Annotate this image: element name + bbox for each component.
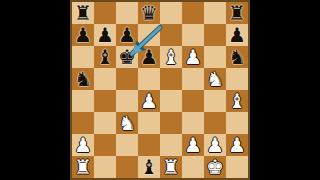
square-f5[interactable] <box>182 68 204 90</box>
square-c4[interactable] <box>116 90 138 112</box>
square-a4[interactable] <box>72 90 94 112</box>
square-g5[interactable]: ♞ <box>204 68 226 90</box>
square-a7[interactable]: ♟ <box>72 24 94 46</box>
square-c7[interactable]: ♟ <box>116 24 138 46</box>
square-f3[interactable] <box>182 112 204 134</box>
square-a1[interactable]: ♜ <box>72 156 94 178</box>
square-h1[interactable] <box>226 156 248 178</box>
piece-black-knight-h6: ♞ <box>228 46 246 68</box>
square-d5[interactable] <box>138 68 160 90</box>
square-b6[interactable]: ♝ <box>94 46 116 68</box>
square-c1[interactable] <box>116 156 138 178</box>
square-h4[interactable]: ♝ <box>226 90 248 112</box>
piece-black-rook-a8: ♜ <box>74 2 92 24</box>
square-d2[interactable] <box>138 134 160 156</box>
square-f6[interactable]: ♟ <box>182 46 204 68</box>
piece-white-pawn-a2: ♟ <box>74 134 92 156</box>
square-a2[interactable]: ♟ <box>72 134 94 156</box>
square-a8[interactable]: ♜ <box>72 2 94 24</box>
square-d1[interactable]: ♝ <box>138 156 160 178</box>
square-e2[interactable] <box>160 134 182 156</box>
square-h7[interactable]: ♟ <box>226 24 248 46</box>
square-c3[interactable]: ♞ <box>116 112 138 134</box>
video-frame: ♜♛♜♟♟♟♟♝♚♟♝♟♞♞♞♟♝♞♟♟♟♟♜♝♜♚ <box>0 0 320 180</box>
square-g1[interactable]: ♚ <box>204 156 226 178</box>
piece-white-pawn-h2: ♟ <box>228 134 246 156</box>
square-d4[interactable]: ♟ <box>138 90 160 112</box>
square-g2[interactable]: ♟ <box>204 134 226 156</box>
square-g8[interactable] <box>204 2 226 24</box>
square-e6[interactable]: ♝ <box>160 46 182 68</box>
piece-white-pawn-g2: ♟ <box>206 134 224 156</box>
square-h5[interactable] <box>226 68 248 90</box>
square-d6[interactable]: ♟ <box>138 46 160 68</box>
square-b7[interactable]: ♟ <box>94 24 116 46</box>
square-b2[interactable] <box>94 134 116 156</box>
piece-white-bishop-h4: ♝ <box>228 90 246 112</box>
square-b4[interactable] <box>94 90 116 112</box>
right-black-bar <box>250 0 320 180</box>
square-h2[interactable]: ♟ <box>226 134 248 156</box>
square-g3[interactable] <box>204 112 226 134</box>
piece-black-knight-a5: ♞ <box>74 68 92 90</box>
square-f1[interactable] <box>182 156 204 178</box>
square-h3[interactable] <box>226 112 248 134</box>
piece-white-bishop-e6: ♝ <box>162 46 180 68</box>
piece-black-king-c6: ♚ <box>118 46 136 68</box>
piece-black-pawn-h7: ♟ <box>228 24 246 46</box>
square-e7[interactable] <box>160 24 182 46</box>
piece-black-pawn-a7: ♟ <box>74 24 92 46</box>
chess-board-frame: ♜♛♜♟♟♟♟♝♚♟♝♟♞♞♞♟♝♞♟♟♟♟♜♝♜♚ <box>70 0 250 180</box>
square-b5[interactable] <box>94 68 116 90</box>
piece-white-rook-a1: ♜ <box>74 156 92 178</box>
square-f4[interactable] <box>182 90 204 112</box>
square-g4[interactable] <box>204 90 226 112</box>
piece-black-bishop-d1: ♝ <box>140 156 158 178</box>
square-c5[interactable] <box>116 68 138 90</box>
square-f7[interactable] <box>182 24 204 46</box>
left-black-bar <box>0 0 70 180</box>
square-e3[interactable] <box>160 112 182 134</box>
piece-white-knight-c3: ♞ <box>118 112 136 134</box>
square-h8[interactable]: ♜ <box>226 2 248 24</box>
piece-black-queen-d8: ♛ <box>140 2 158 24</box>
square-g7[interactable] <box>204 24 226 46</box>
square-c6[interactable]: ♚ <box>116 46 138 68</box>
piece-white-knight-g5: ♞ <box>206 68 224 90</box>
square-c8[interactable] <box>116 2 138 24</box>
square-g6[interactable] <box>204 46 226 68</box>
piece-white-pawn-f6: ♟ <box>184 46 202 68</box>
square-b8[interactable] <box>94 2 116 24</box>
square-a3[interactable] <box>72 112 94 134</box>
square-a6[interactable] <box>72 46 94 68</box>
piece-white-pawn-f2: ♟ <box>184 134 202 156</box>
square-e4[interactable] <box>160 90 182 112</box>
piece-black-rook-h8: ♜ <box>228 2 246 24</box>
square-a5[interactable]: ♞ <box>72 68 94 90</box>
piece-white-pawn-d4: ♟ <box>140 90 158 112</box>
square-f8[interactable] <box>182 2 204 24</box>
piece-black-pawn-b7: ♟ <box>96 24 114 46</box>
piece-white-rook-e1: ♜ <box>162 156 180 178</box>
piece-black-pawn-c7: ♟ <box>118 24 136 46</box>
square-e1[interactable]: ♜ <box>160 156 182 178</box>
square-b3[interactable] <box>94 112 116 134</box>
square-f2[interactable]: ♟ <box>182 134 204 156</box>
square-e5[interactable] <box>160 68 182 90</box>
square-d8[interactable]: ♛ <box>138 2 160 24</box>
piece-black-pawn-d6: ♟ <box>140 46 158 68</box>
chess-board: ♜♛♜♟♟♟♟♝♚♟♝♟♞♞♞♟♝♞♟♟♟♟♜♝♜♚ <box>72 2 248 178</box>
square-e8[interactable] <box>160 2 182 24</box>
square-b1[interactable] <box>94 156 116 178</box>
piece-white-king-g1: ♚ <box>206 156 224 178</box>
piece-black-bishop-b6: ♝ <box>96 46 114 68</box>
square-d7[interactable] <box>138 24 160 46</box>
square-h6[interactable]: ♞ <box>226 46 248 68</box>
square-c2[interactable] <box>116 134 138 156</box>
square-d3[interactable] <box>138 112 160 134</box>
